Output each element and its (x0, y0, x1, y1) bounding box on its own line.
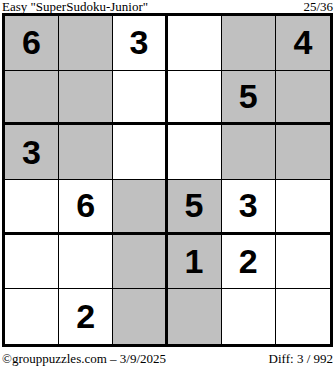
cell-r3c4[interactable] (168, 125, 222, 180)
cell-r4c2[interactable]: 6 (59, 180, 113, 235)
cell-r6c1[interactable] (5, 289, 59, 344)
cell-r5c3[interactable] (113, 235, 167, 290)
cell-r4c1[interactable] (5, 180, 59, 235)
cell-r2c3[interactable] (113, 71, 167, 126)
header: Easy "SuperSudoku-Junior" 25/36 (2, 0, 333, 13)
cell-r1c5[interactable] (222, 16, 276, 71)
cell-r3c6[interactable] (276, 125, 330, 180)
cell-r6c6[interactable] (276, 289, 330, 344)
cell-r3c1[interactable]: 3 (5, 125, 59, 180)
cell-r2c5[interactable]: 5 (222, 71, 276, 126)
cell-r4c3[interactable] (113, 180, 167, 235)
footer: ©grouppuzzles.com – 3/9/2025 Diff: 3 / 9… (2, 352, 333, 366)
cell-r6c3[interactable] (113, 289, 167, 344)
cell-r5c4[interactable]: 1 (168, 235, 222, 290)
difficulty-label: Diff: 3 / 992 (269, 352, 333, 366)
copyright-date: ©grouppuzzles.com – 3/9/2025 (2, 352, 166, 366)
cell-r1c3[interactable]: 3 (113, 16, 167, 71)
cell-r1c1[interactable]: 6 (5, 16, 59, 71)
cell-r6c5[interactable] (222, 289, 276, 344)
puzzle-title: Easy "SuperSudoku-Junior" (2, 0, 148, 13)
cell-r6c4[interactable] (168, 289, 222, 344)
cell-r1c4[interactable] (168, 16, 222, 71)
cell-r2c6[interactable] (276, 71, 330, 126)
cell-r5c2[interactable] (59, 235, 113, 290)
cell-r2c2[interactable] (59, 71, 113, 126)
cell-r3c3[interactable] (113, 125, 167, 180)
cell-r5c5[interactable]: 2 (222, 235, 276, 290)
cell-r1c6[interactable]: 4 (276, 16, 330, 71)
cell-r3c5[interactable] (222, 125, 276, 180)
cell-r2c4[interactable] (168, 71, 222, 126)
cell-r4c6[interactable] (276, 180, 330, 235)
cell-r4c5[interactable]: 3 (222, 180, 276, 235)
cell-r1c2[interactable] (59, 16, 113, 71)
cell-r5c6[interactable] (276, 235, 330, 290)
cell-r2c1[interactable] (5, 71, 59, 126)
puzzle-counter: 25/36 (303, 0, 333, 13)
cell-r4c4[interactable]: 5 (168, 180, 222, 235)
cell-r5c1[interactable] (5, 235, 59, 290)
board: 63453653122 (2, 13, 333, 347)
cell-r3c2[interactable] (59, 125, 113, 180)
cell-r6c2[interactable]: 2 (59, 289, 113, 344)
